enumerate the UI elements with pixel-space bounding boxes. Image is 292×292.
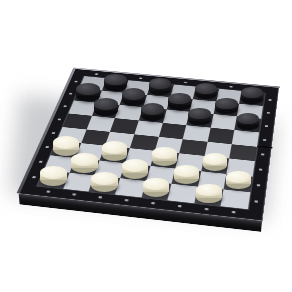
square-c1 [89, 176, 120, 195]
checkers-board [19, 68, 279, 220]
square-c2 [94, 160, 124, 178]
square-h1 [221, 190, 250, 210]
square-c3 [100, 146, 130, 163]
square-d1 [115, 178, 146, 197]
square-d3 [125, 148, 154, 165]
square-f5 [183, 125, 211, 141]
square-f1 [167, 184, 197, 203]
square-h4 [230, 144, 258, 161]
square-d4 [130, 134, 159, 151]
square-a2 [44, 155, 75, 173]
checkers-set-photo [0, 0, 292, 292]
square-g1 [194, 187, 224, 206]
square-a1 [37, 170, 69, 189]
square-e5 [159, 123, 187, 139]
square-a4 [57, 127, 87, 143]
square-h2 [224, 174, 253, 193]
square-b2 [69, 158, 100, 176]
square-f2 [172, 168, 201, 186]
square-b3 [75, 143, 105, 160]
square-h3 [227, 159, 255, 177]
square-e4 [154, 137, 182, 154]
square-f3 [175, 153, 204, 171]
square-f4 [179, 139, 207, 156]
board-surface-frame [19, 68, 279, 220]
square-b4 [81, 129, 110, 146]
square-b1 [63, 173, 95, 192]
square-h5 [232, 130, 259, 147]
fold-hinge-seam [257, 146, 272, 149]
square-g4 [204, 141, 232, 158]
square-d2 [120, 163, 150, 181]
square-e1 [141, 181, 172, 200]
square-e2 [146, 166, 176, 184]
square-g3 [201, 156, 229, 174]
square-e3 [150, 151, 179, 169]
board-grid [37, 76, 265, 209]
square-c4 [105, 132, 134, 149]
square-g5 [207, 128, 234, 144]
square-g2 [198, 171, 227, 190]
square-a3 [50, 141, 80, 158]
